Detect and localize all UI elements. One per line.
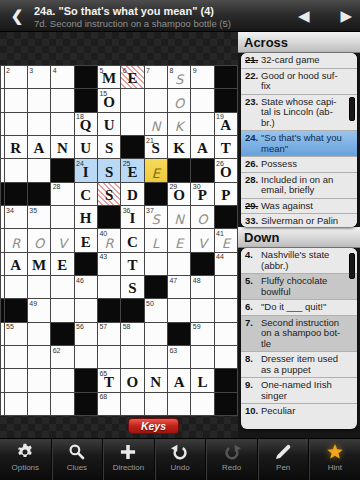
down-clue-8[interactable]: 8.Dresser item used as a puppet: [241, 351, 357, 377]
across-clue-22[interactable]: 22.Good or hood suf- fix: [241, 68, 357, 94]
grid-cell[interactable]: 56: [75, 323, 98, 346]
grid-cell[interactable]: 44: [215, 253, 238, 276]
black-cell: [215, 393, 238, 416]
cell-number: 3: [29, 67, 33, 74]
cell-letter: S: [145, 212, 167, 227]
black-cell: [145, 183, 168, 206]
clue-nav: ◀ ▶: [296, 0, 360, 32]
grid-cell[interactable]: [75, 346, 98, 369]
grid-cell[interactable]: [168, 253, 191, 276]
cell-letter: S: [145, 140, 167, 157]
grid-cell[interactable]: 47: [168, 276, 191, 299]
grid-cell[interactable]: 15O: [98, 89, 121, 112]
clue-number: 24.: [245, 133, 261, 154]
puzzle-area: 2345M6E78S915OO18QUNK19ARANUS21SKAT24IS2…: [0, 32, 360, 438]
grid-cell[interactable]: [215, 346, 238, 369]
grid-cell[interactable]: [145, 346, 168, 369]
black-cell: [98, 206, 121, 229]
grid-cell[interactable]: 55: [5, 323, 28, 346]
cell-number: 68: [99, 393, 107, 400]
grid-cell[interactable]: 29O: [168, 183, 191, 206]
grid-cell[interactable]: N: [51, 136, 74, 159]
cell-letter: T: [98, 374, 120, 391]
cell-letter: U: [98, 117, 120, 134]
grid-cell[interactable]: V: [51, 229, 74, 252]
black-cell: [168, 159, 191, 182]
clue-text: Nashville's state (abbr.): [261, 250, 354, 271]
clue-text: Dresser item used as a puppet: [261, 354, 354, 375]
grid-cell[interactable]: P: [215, 183, 238, 206]
clue-text: Fluffy chocolate bowlful: [261, 276, 354, 297]
redo-icon: [222, 442, 242, 462]
clue-text: Included in on an email, briefly: [261, 175, 354, 196]
cell-letter: N: [145, 119, 167, 134]
cell-letter: E: [145, 166, 167, 181]
cell-letter: H: [75, 210, 97, 227]
cell-number: 58: [123, 323, 131, 330]
previous-clue-icon[interactable]: ◀: [298, 0, 310, 32]
grid-cell[interactable]: 7: [145, 66, 168, 89]
cell-letter: S: [98, 140, 120, 157]
grid-cell[interactable]: 19A: [215, 113, 238, 136]
grid-cell[interactable]: [5, 113, 28, 136]
grid-cell[interactable]: 40R: [98, 229, 121, 252]
grid-cell[interactable]: [51, 369, 74, 392]
grid-cell[interactable]: 30P: [191, 183, 214, 206]
grid-cell[interactable]: [145, 323, 168, 346]
cell-number: 62: [53, 347, 61, 354]
down-clue-6[interactable]: 6."Do it ___ quit!": [241, 299, 357, 315]
black-cell: [75, 393, 98, 416]
clues-button[interactable]: Clues: [51, 439, 103, 480]
grid-cell[interactable]: 21S: [145, 136, 168, 159]
grid-cell[interactable]: 62: [51, 346, 74, 369]
cell-letter: S: [168, 72, 190, 87]
across-clue-26[interactable]: 26.Possess: [241, 156, 357, 172]
grid-cell[interactable]: [191, 89, 214, 112]
grid-cell[interactable]: N: [168, 206, 191, 229]
grid-cell[interactable]: [51, 113, 74, 136]
cell-letter: Q: [75, 117, 97, 134]
grid-cell[interactable]: [98, 346, 121, 369]
cell-letter: E: [121, 70, 143, 87]
cell-letter: A: [5, 257, 27, 274]
grid-cell[interactable]: [215, 276, 238, 299]
grid-cell[interactable]: 41E: [215, 229, 238, 252]
black-cell: [121, 136, 144, 159]
cell-letter: O: [98, 94, 120, 111]
crossword-app: { "game": "crossword", "clue_bar": { "pr…: [0, 0, 360, 480]
down-clue-5[interactable]: 5.Fluffy chocolate bowlful: [241, 273, 357, 299]
black-cell: [75, 369, 98, 392]
grid-cell[interactable]: [168, 299, 191, 322]
black-cell: [75, 253, 98, 276]
cell-letter: V: [191, 236, 213, 251]
grid-cell[interactable]: 8S: [168, 66, 191, 89]
grid-cell[interactable]: [28, 159, 51, 182]
grid-cell[interactable]: 9: [191, 66, 214, 89]
grid-cell[interactable]: 25E: [121, 159, 144, 182]
across-clue-24[interactable]: 24."So that's what you mean": [241, 130, 357, 156]
grid-cell[interactable]: V: [191, 229, 214, 252]
cell-number: 2: [6, 67, 10, 74]
cell-letter: O: [168, 187, 190, 204]
clue-text: Second instruction on a shampoo bot- tle: [261, 318, 354, 350]
cell-number: 48: [193, 277, 201, 284]
grid-cell[interactable]: S: [98, 136, 121, 159]
grid-cell[interactable]: 35: [28, 206, 51, 229]
grid-cell[interactable]: O: [168, 89, 191, 112]
black-cell: [121, 299, 144, 322]
cell-letter: E: [168, 236, 190, 251]
grid-cell[interactable]: [121, 346, 144, 369]
grid-cell[interactable]: C: [121, 229, 144, 252]
clue-text: 32-card game: [261, 55, 354, 66]
grid-cell[interactable]: N: [145, 369, 168, 392]
grid-cell[interactable]: [51, 299, 74, 322]
grid-cell[interactable]: T: [121, 253, 144, 276]
across-clue-33[interactable]: 33.Silverman or Palin: [241, 213, 357, 227]
cell-number: 7: [146, 67, 150, 74]
redo-button[interactable]: Redo: [205, 439, 257, 480]
grid-cell[interactable]: T: [215, 136, 238, 159]
clue-text: One-named Irish singer: [261, 380, 354, 401]
black-cell: [5, 183, 28, 206]
grid-cell[interactable]: [28, 276, 51, 299]
grid-cell[interactable]: O: [121, 369, 144, 392]
grid-cell[interactable]: E: [145, 159, 168, 182]
cell-number: 28: [53, 183, 61, 190]
grid-cell[interactable]: 6E: [121, 66, 144, 89]
grid-cell[interactable]: 49: [28, 299, 51, 322]
across-clue-list[interactable]: 21.32-card game22.Good or hood suf- fix2…: [241, 53, 357, 227]
cell-letter: S: [121, 280, 143, 297]
grid-cell[interactable]: 18Q: [75, 113, 98, 136]
clue-bar: 24a. "So that's what you mean" (4) 7d. S…: [34, 3, 296, 29]
cell-letter: O: [215, 164, 237, 181]
grid-cell[interactable]: S: [121, 276, 144, 299]
black-cell: [51, 323, 74, 346]
clue-number: 29.: [245, 201, 261, 212]
clue-panel: Across 21.32-card game22.Good or hood su…: [238, 32, 360, 438]
clue-number: 26.: [245, 159, 261, 170]
scrollbar-thumb[interactable]: [349, 253, 355, 279]
grid-cell[interactable]: [215, 299, 238, 322]
undo-icon: [170, 442, 190, 462]
options-button[interactable]: Options: [0, 439, 51, 480]
bottom-toolbar: OptionsCluesDirectionUndoRedoPenHint: [0, 438, 360, 480]
cell-number: 35: [29, 207, 37, 214]
grid-cell[interactable]: E: [51, 253, 74, 276]
gear-icon: [15, 442, 35, 462]
grid-cell[interactable]: 57: [98, 323, 121, 346]
grid-cell[interactable]: [28, 346, 51, 369]
cell-number: 46: [76, 277, 84, 284]
down-header: Down: [238, 227, 360, 248]
grid-cell[interactable]: O: [28, 229, 51, 252]
black-cell: [5, 299, 28, 322]
cell-letter: O: [28, 236, 50, 251]
grid-cell[interactable]: 24I: [75, 159, 98, 182]
grid-cell[interactable]: 59: [191, 323, 214, 346]
grid-cell[interactable]: A: [191, 136, 214, 159]
clue-number: 10.: [245, 406, 261, 417]
grid-cell[interactable]: 34: [5, 206, 28, 229]
clue-number: 4.: [245, 250, 261, 271]
black-cell: [98, 299, 121, 322]
toolbar-label: Pen: [276, 463, 290, 472]
grid-cell[interactable]: 2: [5, 66, 28, 89]
cell-number: 63: [169, 347, 177, 354]
grid-cell[interactable]: 3: [28, 66, 51, 89]
grid-cell[interactable]: 37S: [145, 206, 168, 229]
black-cell: [215, 89, 238, 112]
grid-cell[interactable]: [5, 393, 28, 416]
cell-letter: R: [5, 236, 27, 251]
grid-cell[interactable]: [5, 89, 28, 112]
pen-icon: [273, 442, 293, 462]
cell-letter: S: [98, 187, 120, 204]
grid-cell[interactable]: 5M: [98, 66, 121, 89]
across-clue-21[interactable]: 21.32-card game: [241, 53, 357, 68]
cell-letter: S: [98, 164, 120, 181]
clue-number: 33.: [245, 216, 261, 227]
grid-cell[interactable]: R: [5, 229, 28, 252]
keys-button[interactable]: Keys: [128, 418, 179, 434]
grid-cell[interactable]: R: [5, 136, 28, 159]
hint-button[interactable]: Hint: [308, 439, 360, 480]
cell-letter: T: [121, 257, 143, 274]
toolbar-label: Direction: [113, 463, 145, 472]
cell-letter: C: [75, 187, 97, 204]
black-cell: [215, 206, 238, 229]
cell-letter: A: [191, 140, 213, 157]
cell-letter: D: [121, 187, 143, 204]
black-cell: [168, 323, 191, 346]
across-clue-28[interactable]: 28.Included in on an email, briefly: [241, 172, 357, 198]
grid-cell[interactable]: 63: [168, 346, 191, 369]
cell-letter: N: [145, 374, 167, 391]
cell-letter: P: [191, 187, 213, 204]
grid-cell[interactable]: U: [98, 113, 121, 136]
cell-number: 9: [193, 67, 197, 74]
crossword-grid[interactable]: 2345M6E78S915OO18QUNK19ARANUS21SKAT24IS2…: [0, 65, 238, 416]
grid-cell[interactable]: A: [28, 136, 51, 159]
grid-cell[interactable]: [5, 369, 28, 392]
crossing-clue-subtitle: 7d. Second instruction on a shampoo bott…: [34, 18, 296, 29]
grid-cell[interactable]: S: [98, 183, 121, 206]
grid-cell[interactable]: H: [75, 206, 98, 229]
clue-text: Possess: [261, 159, 354, 170]
clue-number: 22.: [245, 71, 261, 92]
back-chevron-icon[interactable]: ❮: [0, 7, 34, 25]
black-cell: [28, 183, 51, 206]
black-cell: [51, 159, 74, 182]
clue-number: 7.: [245, 318, 261, 350]
cell-number: 34: [6, 207, 14, 214]
grid-cell[interactable]: [145, 89, 168, 112]
grid-cell[interactable]: A: [168, 369, 191, 392]
cell-letter: E: [75, 234, 97, 251]
black-cell: [215, 369, 238, 392]
toolbar-label: Hint: [328, 463, 342, 472]
grid-cell[interactable]: [121, 113, 144, 136]
grid-cell[interactable]: [145, 253, 168, 276]
grid-cell[interactable]: [28, 89, 51, 112]
grid-cell[interactable]: [168, 393, 191, 416]
grid-cell[interactable]: [51, 393, 74, 416]
black-cell: [75, 66, 98, 89]
black-cell: [215, 66, 238, 89]
cell-letter: A: [28, 140, 50, 157]
cell-letter: M: [28, 257, 50, 274]
cell-letter: I: [75, 164, 97, 181]
grid-cell[interactable]: [75, 299, 98, 322]
grid-cell[interactable]: [28, 369, 51, 392]
down-clue-9[interactable]: 9.One-named Irish singer: [241, 377, 357, 403]
across-clue-29[interactable]: 29.Was against: [241, 198, 357, 214]
cell-letter: V: [51, 236, 73, 251]
grid-cell[interactable]: K: [168, 136, 191, 159]
clue-number: 8.: [245, 354, 261, 375]
cell-letter: P: [215, 187, 237, 204]
grid-cell[interactable]: [98, 276, 121, 299]
grid-cell[interactable]: 4: [51, 66, 74, 89]
clue-text: Peculiar: [261, 406, 354, 417]
grid-cell[interactable]: [121, 393, 144, 416]
grid-cell[interactable]: A: [5, 253, 28, 276]
next-clue-icon[interactable]: ▶: [340, 0, 352, 32]
grid-cell[interactable]: L: [145, 229, 168, 252]
grid-cell[interactable]: 48: [191, 276, 214, 299]
grid-cell[interactable]: 43: [98, 253, 121, 276]
grid-cell[interactable]: [5, 346, 28, 369]
grid-cell[interactable]: 26O: [215, 159, 238, 182]
cell-letter: R: [5, 140, 27, 157]
cell-letter: A: [215, 117, 237, 134]
top-bar: ❮ 24a. "So that's what you mean" (4) 7d.…: [0, 0, 360, 32]
grid-cell[interactable]: [191, 346, 214, 369]
black-cell: [145, 276, 168, 299]
grid-cell[interactable]: 50: [145, 299, 168, 322]
pen-button[interactable]: Pen: [257, 439, 309, 480]
cell-letter: L: [191, 374, 213, 391]
grid-cell[interactable]: [28, 323, 51, 346]
grid-cell[interactable]: [191, 393, 214, 416]
star-icon: [325, 442, 345, 462]
grid-cell[interactable]: [28, 113, 51, 136]
cell-number: 57: [99, 323, 107, 330]
direction-button[interactable]: Direction: [102, 439, 154, 480]
grid-cell[interactable]: [121, 89, 144, 112]
cell-letter: O: [121, 374, 143, 391]
across-clue-23[interactable]: 23.State whose capi- tal is Lincoln (ab-…: [241, 94, 357, 131]
grid-cell[interactable]: U: [75, 136, 98, 159]
cell-number: 50: [146, 300, 154, 307]
grid-cell[interactable]: [5, 159, 28, 182]
grid-cell[interactable]: D: [121, 183, 144, 206]
toolbar-label: Clues: [67, 463, 87, 472]
grid-cell[interactable]: [145, 393, 168, 416]
clue-number: 21.: [245, 55, 261, 66]
grid-cell[interactable]: 28: [51, 183, 74, 206]
cell-letter: C: [121, 234, 143, 251]
cell-letter: U: [75, 140, 97, 157]
toolbar-label: Options: [12, 463, 40, 472]
cell-letter: N: [168, 212, 190, 227]
cell-letter: K: [168, 140, 190, 157]
grid-cell[interactable]: 68: [98, 393, 121, 416]
grid-cell[interactable]: N: [145, 113, 168, 136]
grid-cell[interactable]: 65T: [98, 369, 121, 392]
black-cell: [191, 253, 214, 276]
cell-number: 4: [53, 67, 57, 74]
undo-button[interactable]: Undo: [154, 439, 206, 480]
clue-text: Silverman or Palin: [261, 216, 354, 227]
down-clue-7[interactable]: 7.Second instruction on a shampoo bot- t…: [241, 315, 357, 352]
black-cell: [75, 89, 98, 112]
down-clue-10[interactable]: 10.Peculiar: [241, 403, 357, 419]
down-clue-list[interactable]: 4.Nashville's state (abbr.)5.Fluffy choc…: [241, 248, 357, 429]
magnifier-icon: [67, 442, 87, 462]
grid-cell[interactable]: [191, 299, 214, 322]
down-clue-4[interactable]: 4.Nashville's state (abbr.): [241, 248, 357, 273]
grid-cell[interactable]: [5, 276, 28, 299]
clue-number: 28.: [245, 175, 261, 196]
clue-number: 5.: [245, 276, 261, 297]
clue-text: Good or hood suf- fix: [261, 71, 354, 92]
grid-cell[interactable]: [191, 113, 214, 136]
cell-letter: O: [168, 96, 190, 111]
grid-cell[interactable]: [51, 276, 74, 299]
grid-cell[interactable]: M: [28, 253, 51, 276]
clue-number: 9.: [245, 380, 261, 401]
cell-number: 44: [216, 253, 224, 260]
clue-text: State whose capi- tal is Lincoln (ab- br…: [261, 97, 354, 129]
cell-letter: K: [168, 119, 190, 134]
cell-number: 55: [6, 323, 14, 330]
clue-text: "So that's what you mean": [261, 133, 354, 154]
clue-number: 6.: [245, 302, 261, 313]
plus-icon: [118, 442, 138, 462]
grid-cell[interactable]: 58: [121, 323, 144, 346]
cell-letter: E: [51, 257, 73, 274]
grid-cell[interactable]: [28, 393, 51, 416]
cell-number: 59: [193, 323, 201, 330]
cell-letter: A: [168, 374, 190, 391]
grid-cell[interactable]: C: [75, 183, 98, 206]
grid-cell[interactable]: O: [191, 206, 214, 229]
grid-cell[interactable]: [51, 89, 74, 112]
clue-text: "Do it ___ quit!": [261, 302, 354, 313]
cell-letter: E: [121, 164, 143, 181]
grid-cell[interactable]: S: [98, 159, 121, 182]
grid-cell[interactable]: K: [168, 113, 191, 136]
cell-letter: E: [215, 236, 237, 251]
cell-letter: N: [51, 140, 73, 157]
grid-cell[interactable]: E: [75, 229, 98, 252]
grid-cell[interactable]: 46: [75, 276, 98, 299]
grid-cell[interactable]: L: [191, 369, 214, 392]
grid-cell[interactable]: [51, 206, 74, 229]
cell-letter: O: [191, 212, 213, 227]
cell-letter: R: [98, 236, 120, 251]
grid-cell[interactable]: E: [168, 229, 191, 252]
current-clue-title: 24a. "So that's what you mean" (4): [34, 5, 296, 18]
scrollbar-thumb[interactable]: [349, 97, 355, 121]
grid-cell[interactable]: [215, 323, 238, 346]
grid-cell[interactable]: 36I: [121, 206, 144, 229]
